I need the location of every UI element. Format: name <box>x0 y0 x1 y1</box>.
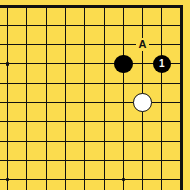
white-stone-r14[interactable] <box>133 93 152 112</box>
board-point-r14[interactable] <box>133 93 152 112</box>
board-point-q16[interactable] <box>114 54 133 73</box>
stone-move-number: 1 <box>159 59 165 69</box>
go-diagram: 1A <box>0 0 190 190</box>
go-board[interactable]: 1A <box>0 0 190 189</box>
board-point-r17[interactable]: A <box>133 35 152 54</box>
black-stone-s16-move1[interactable]: 1 <box>153 55 172 74</box>
board-point-s16[interactable]: 1 <box>152 54 171 73</box>
label-a-r17[interactable]: A <box>136 38 149 51</box>
black-stone-q16[interactable] <box>114 55 133 74</box>
